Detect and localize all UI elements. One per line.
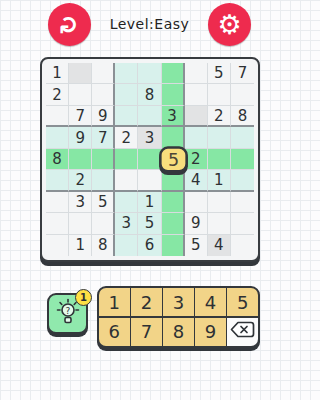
cell-r6c7[interactable]: 4 xyxy=(185,170,208,191)
cell-r4c3[interactable]: 7 xyxy=(92,127,115,148)
settings-button[interactable]: ⚙ xyxy=(208,3,251,46)
cell-r7c5[interactable]: 1 xyxy=(138,192,161,213)
level-title: Level:Easy xyxy=(0,16,299,32)
cell-r7c4[interactable] xyxy=(115,192,138,213)
cell-r9c8[interactable]: 4 xyxy=(208,235,231,256)
cell-r3c1[interactable] xyxy=(46,106,69,127)
cell-r8c3[interactable] xyxy=(92,213,115,234)
cell-r4c1[interactable] xyxy=(46,127,69,148)
cell-r6c3[interactable] xyxy=(92,170,115,191)
cell-r5c2[interactable] xyxy=(69,149,92,170)
cell-r5c4[interactable] xyxy=(115,149,138,170)
cell-r9c5[interactable]: 6 xyxy=(138,235,161,256)
cell-r8c6[interactable] xyxy=(162,213,185,234)
cell-r1c4[interactable] xyxy=(115,63,138,84)
cell-r5c3[interactable] xyxy=(92,149,115,170)
sudoku-grid: 1572879328972385224135135918654 xyxy=(46,63,254,256)
cell-r2c4[interactable] xyxy=(115,84,138,105)
cell-r3c2[interactable]: 7 xyxy=(69,106,92,127)
cell-r6c2[interactable]: 2 xyxy=(69,170,92,191)
cell-r1c9[interactable]: 7 xyxy=(231,63,254,84)
cell-r7c9[interactable] xyxy=(231,192,254,213)
cell-r9c4[interactable] xyxy=(115,235,138,256)
numpad-key-6[interactable]: 6 xyxy=(99,318,130,346)
cell-r2c2[interactable] xyxy=(69,84,92,105)
numpad-key-2[interactable]: 2 xyxy=(131,288,162,316)
delete-key[interactable] xyxy=(227,318,258,346)
cell-r7c3[interactable]: 5 xyxy=(92,192,115,213)
cell-r3c8[interactable]: 2 xyxy=(208,106,231,127)
cell-r6c9[interactable] xyxy=(231,170,254,191)
cell-r6c8[interactable]: 1 xyxy=(208,170,231,191)
cell-r3c9[interactable]: 8 xyxy=(231,106,254,127)
cell-r7c2[interactable]: 3 xyxy=(69,192,92,213)
numpad-key-7[interactable]: 7 xyxy=(131,318,162,346)
numpad-key-5[interactable]: 5 xyxy=(227,288,258,316)
cell-r8c1[interactable] xyxy=(46,213,69,234)
cell-r4c7[interactable] xyxy=(185,127,208,148)
cell-r5c9[interactable] xyxy=(231,149,254,170)
cell-r5c1[interactable]: 8 xyxy=(46,149,69,170)
cell-r9c1[interactable] xyxy=(46,235,69,256)
cell-r5c8[interactable] xyxy=(208,149,231,170)
numpad-key-9[interactable]: 9 xyxy=(195,318,226,346)
cell-r5c6[interactable]: 5 xyxy=(159,146,188,173)
svg-text:?: ? xyxy=(65,305,70,315)
cell-r9c3[interactable]: 8 xyxy=(92,235,115,256)
cell-r4c4[interactable]: 2 xyxy=(115,127,138,148)
numpad: 1 2 3 4 5 6 7 8 9 xyxy=(97,286,260,348)
cell-r2c6[interactable] xyxy=(162,84,185,105)
cell-r6c1[interactable] xyxy=(46,170,69,191)
cell-r4c5[interactable]: 3 xyxy=(138,127,161,148)
cell-r1c7[interactable] xyxy=(185,63,208,84)
cell-r3c4[interactable] xyxy=(115,106,138,127)
cell-r7c7[interactable] xyxy=(185,192,208,213)
numpad-key-8[interactable]: 8 xyxy=(163,318,194,346)
cell-r8c4[interactable]: 3 xyxy=(115,213,138,234)
cell-r8c2[interactable] xyxy=(69,213,92,234)
cell-r2c3[interactable] xyxy=(92,84,115,105)
cell-r7c6[interactable] xyxy=(162,192,185,213)
numpad-key-4[interactable]: 4 xyxy=(195,288,226,316)
cell-r2c1[interactable]: 2 xyxy=(46,84,69,105)
gear-icon: ⚙ xyxy=(217,11,241,38)
cell-r8c9[interactable] xyxy=(231,213,254,234)
cell-r8c8[interactable] xyxy=(208,213,231,234)
cell-r3c6[interactable]: 3 xyxy=(162,106,185,127)
cell-r2c5[interactable]: 8 xyxy=(138,84,161,105)
cell-r2c8[interactable] xyxy=(208,84,231,105)
hint-button[interactable]: ? 1 xyxy=(47,293,88,334)
cell-r1c1[interactable]: 1 xyxy=(46,63,69,84)
cell-r1c2[interactable] xyxy=(69,63,92,84)
cell-r9c9[interactable] xyxy=(231,235,254,256)
backspace-icon xyxy=(230,321,255,342)
numpad-key-3[interactable]: 3 xyxy=(163,288,194,316)
cell-r4c8[interactable] xyxy=(208,127,231,148)
cell-r5c7[interactable]: 2 xyxy=(185,149,208,170)
cell-r9c2[interactable]: 1 xyxy=(69,235,92,256)
cell-r1c5[interactable] xyxy=(138,63,161,84)
cell-r7c8[interactable] xyxy=(208,192,231,213)
cell-r6c5[interactable] xyxy=(138,170,161,191)
cell-r5c5[interactable] xyxy=(138,149,161,170)
cell-r8c5[interactable]: 5 xyxy=(138,213,161,234)
hint-count-badge: 1 xyxy=(75,289,92,306)
cell-r9c7[interactable]: 5 xyxy=(185,235,208,256)
cell-r3c3[interactable]: 9 xyxy=(92,106,115,127)
cell-r2c9[interactable] xyxy=(231,84,254,105)
cell-r8c7[interactable]: 9 xyxy=(185,213,208,234)
cell-r1c8[interactable]: 5 xyxy=(208,63,231,84)
sudoku-board: 1572879328972385224135135918654 xyxy=(40,57,260,262)
cell-r9c6[interactable] xyxy=(162,235,185,256)
cell-r6c4[interactable] xyxy=(115,170,138,191)
cell-r7c1[interactable] xyxy=(46,192,69,213)
cell-r2c7[interactable] xyxy=(185,84,208,105)
cell-r1c6[interactable] xyxy=(162,63,185,84)
cell-r4c2[interactable]: 9 xyxy=(69,127,92,148)
cell-r4c9[interactable] xyxy=(231,127,254,148)
cell-r1c3[interactable] xyxy=(92,63,115,84)
cell-r3c7[interactable] xyxy=(185,106,208,127)
numpad-key-1[interactable]: 1 xyxy=(99,288,130,316)
cell-r3c5[interactable] xyxy=(138,106,161,127)
app-background: { "game": "sudoku", "position": "1000000… xyxy=(0,0,299,400)
cell-r6c6[interactable] xyxy=(162,170,185,191)
